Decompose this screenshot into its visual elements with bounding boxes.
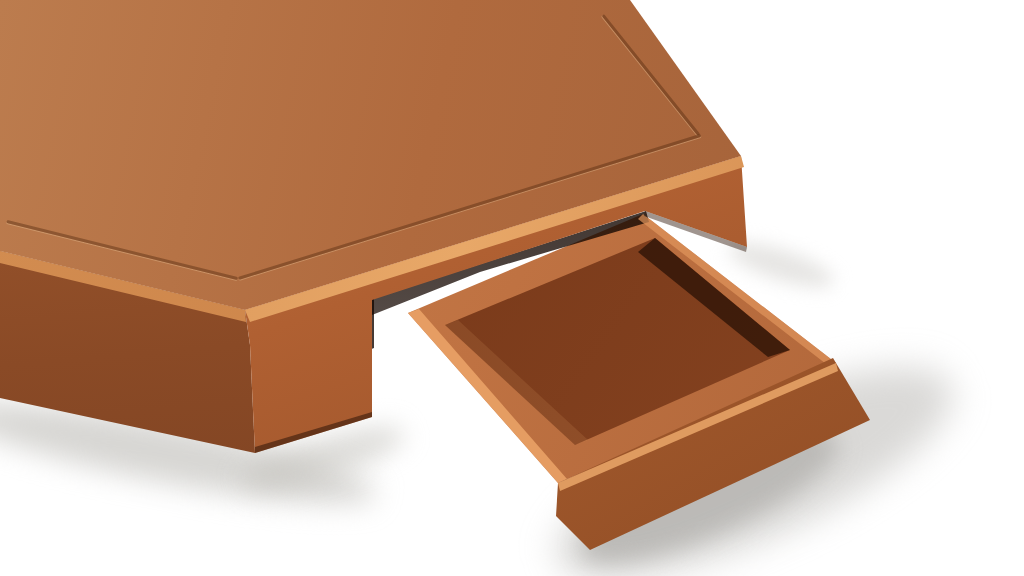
scene [0,0,1024,576]
board-marbles-group [0,0,1024,576]
